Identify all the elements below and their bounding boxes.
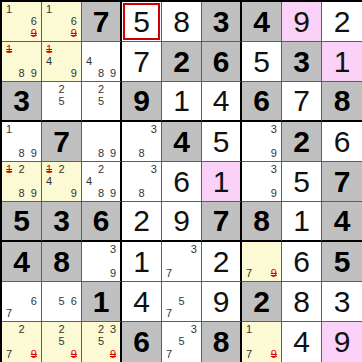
candidate-mark: 5 (55, 95, 67, 107)
pencil-marks: 39 (243, 163, 280, 200)
candidate-mark: 3 (148, 123, 160, 135)
cell-r8c5[interactable]: 57 (162, 282, 202, 322)
cell-r5c3[interactable]: 2489 (82, 162, 122, 202)
pencil-marks: 2359 (83, 323, 119, 361)
cell-r4c4[interactable]: 38 (122, 122, 162, 162)
candidate-mark: 8 (95, 148, 107, 160)
solved-digit: 9 (334, 327, 351, 357)
candidate-mark-eliminated: 1 (3, 163, 15, 175)
cell-r8c6[interactable]: 9 (202, 282, 242, 322)
candidate-mark-eliminated: 9 (107, 348, 119, 361)
candidate-mark: 4 (83, 55, 95, 67)
solved-digit: 7 (293, 86, 310, 116)
pencil-marks: 189 (3, 43, 40, 80)
pencil-marks: 56 (43, 283, 80, 320)
solved-digit: 3 (334, 287, 351, 317)
cell-r2c3[interactable]: 489 (82, 42, 122, 82)
candidate-mark: 8 (135, 188, 147, 200)
given-digit: 3 (53, 206, 70, 236)
candidate-mark: 2 (95, 163, 107, 175)
given-digit: 4 (334, 206, 351, 236)
cell-r9c6[interactable]: 8 (202, 322, 242, 362)
cell-r5c9[interactable]: 7 (322, 162, 362, 202)
candidate-mark: 2 (15, 163, 27, 175)
cell-r9c2[interactable]: 259 (42, 322, 82, 362)
cell-r8c3[interactable]: 1 (82, 282, 122, 322)
solved-digit: 6 (173, 167, 190, 197)
pencil-marks: 149 (43, 43, 80, 80)
solved-digit: 5 (213, 127, 230, 157)
candidate-mark: 1 (3, 3, 15, 15)
candidate-mark: 2 (55, 163, 67, 175)
cell-r9c3[interactable]: 2359 (82, 322, 122, 362)
cell-r5c5[interactable]: 6 (162, 162, 202, 202)
cell-r6c7[interactable]: 8 (242, 202, 282, 242)
cell-r7c3[interactable]: 39 (82, 242, 122, 282)
cell-r3c2[interactable]: 25 (42, 82, 82, 122)
cell-r1c6[interactable]: 3 (202, 2, 242, 42)
pencil-marks: 169 (43, 3, 80, 40)
cell-r7c8[interactable]: 6 (282, 242, 322, 282)
pencil-marks: 357 (163, 323, 200, 361)
cell-r4c9[interactable]: 6 (322, 122, 362, 162)
cell-r5c2[interactable]: 1249 (42, 162, 82, 202)
cell-r5c7[interactable]: 39 (242, 162, 282, 202)
cell-r9c4[interactable]: 6 (122, 322, 162, 362)
pencil-marks: 279 (3, 323, 40, 361)
cell-r8c7[interactable]: 2 (242, 282, 282, 322)
candidate-mark: 2 (15, 323, 27, 336)
candidate-mark: 4 (43, 175, 55, 187)
cell-r3c5[interactable]: 1 (162, 82, 202, 122)
cell-r1c4[interactable]: 5 (122, 2, 162, 42)
given-digit: 2 (293, 127, 310, 157)
pencil-marks: 57 (163, 283, 200, 320)
solved-digit: 1 (334, 47, 351, 77)
given-digit: 6 (93, 206, 110, 236)
cell-r7c6[interactable]: 2 (202, 242, 242, 282)
given-digit: 2 (253, 287, 270, 317)
cell-r1c7[interactable]: 4 (242, 2, 282, 42)
pencil-marks: 67 (3, 283, 40, 320)
candidate-mark: 9 (107, 268, 119, 280)
candidate-mark: 3 (107, 323, 119, 336)
pencil-marks: 37 (163, 243, 200, 280)
cell-r1c5[interactable]: 8 (162, 2, 202, 42)
cell-r8c8[interactable]: 8 (282, 282, 322, 322)
solved-digit: 4 (133, 287, 150, 317)
cell-r3c6[interactable]: 4 (202, 82, 242, 122)
pencil-marks: 38 (123, 123, 160, 160)
solved-digit: 5 (293, 167, 310, 197)
candidate-mark: 9 (268, 148, 280, 160)
cell-r6c9[interactable]: 4 (322, 202, 362, 242)
candidate-mark: 9 (107, 68, 119, 80)
solved-digit: 4 (213, 86, 230, 116)
candidate-mark: 5 (175, 295, 187, 307)
candidate-mark: 9 (28, 188, 40, 200)
pencil-marks: 1249 (43, 163, 80, 200)
candidate-mark: 3 (107, 243, 119, 255)
candidate-mark: 7 (3, 348, 15, 361)
pencil-marks: 179 (243, 323, 280, 361)
cell-r6c6[interactable]: 7 (202, 202, 242, 242)
solved-digit: 6 (334, 127, 351, 157)
given-digit: 9 (133, 86, 150, 116)
given-digit: 5 (13, 206, 30, 236)
given-digit: 3 (293, 47, 310, 77)
cell-r2c1[interactable]: 189 (2, 42, 42, 82)
cell-r7c4[interactable]: 1 (122, 242, 162, 282)
pencil-marks: 79 (243, 243, 280, 280)
cell-r2c7[interactable]: 5 (242, 42, 282, 82)
pencil-marks: 259 (43, 323, 80, 361)
cell-r4c8[interactable]: 2 (282, 122, 322, 162)
cell-r3c4[interactable]: 9 (122, 82, 162, 122)
cell-r9c1[interactable]: 279 (2, 322, 42, 362)
cell-r2c6[interactable]: 6 (202, 42, 242, 82)
candidate-mark: 8 (95, 68, 107, 80)
candidate-mark: 6 (68, 15, 80, 27)
cell-r5c6[interactable]: 1 (202, 162, 242, 202)
cell-r7c9[interactable]: 5 (322, 242, 362, 282)
sudoku-board: 1691697583492189149489726531325259146781… (0, 0, 362, 362)
candidate-mark-eliminated: 9 (28, 28, 40, 40)
given-digit: 7 (213, 206, 230, 236)
cell-r8c4[interactable]: 4 (122, 282, 162, 322)
candidate-mark: 7 (163, 308, 175, 320)
pencil-marks: 25 (43, 83, 80, 119)
solved-digit: 9 (293, 7, 310, 37)
candidate-mark-eliminated: 1 (43, 43, 55, 55)
given-digit: 7 (334, 167, 351, 197)
cell-r7c1[interactable]: 4 (2, 242, 42, 282)
cell-r4c1[interactable]: 189 (2, 122, 42, 162)
given-digit: 2 (173, 47, 190, 77)
cell-r6c2[interactable]: 3 (42, 202, 82, 242)
given-digit: 8 (53, 247, 70, 277)
cell-r5c8[interactable]: 5 (282, 162, 322, 202)
solved-digit: 1 (293, 206, 310, 236)
cell-r4c3[interactable]: 89 (82, 122, 122, 162)
pencil-marks: 25 (83, 83, 119, 119)
candidate-mark: 9 (28, 68, 40, 80)
solved-digit: 8 (173, 7, 190, 37)
candidate-mark: 5 (95, 95, 107, 107)
solved-digit: 2 (133, 206, 150, 236)
cell-r6c8[interactable]: 1 (282, 202, 322, 242)
cell-r9c9[interactable]: 9 (322, 322, 362, 362)
candidate-mark: 4 (83, 175, 95, 187)
given-digit: 1 (93, 287, 110, 317)
given-digit: 8 (213, 327, 230, 357)
candidate-mark: 6 (28, 15, 40, 27)
candidate-mark: 3 (268, 163, 280, 175)
given-digit: 6 (133, 327, 150, 357)
candidate-mark: 7 (243, 348, 255, 361)
solved-digit: 5 (253, 47, 270, 77)
candidate-mark: 3 (188, 323, 200, 336)
given-digit: 4 (13, 247, 30, 277)
solved-digit: 5 (133, 7, 150, 37)
cell-r5c1[interactable]: 1289 (2, 162, 42, 202)
solved-digit: 9 (173, 206, 190, 236)
cell-r3c8[interactable]: 7 (282, 82, 322, 122)
candidate-mark: 3 (148, 163, 160, 175)
cell-r1c1[interactable]: 169 (2, 2, 42, 42)
candidate-mark: 8 (15, 188, 27, 200)
cell-r1c9[interactable]: 2 (322, 2, 362, 42)
candidate-mark: 1 (3, 123, 15, 135)
solved-digit: 1 (133, 247, 150, 277)
cell-r3c3[interactable]: 25 (82, 82, 122, 122)
cell-r4c5[interactable]: 4 (162, 122, 202, 162)
cell-r8c1[interactable]: 67 (2, 282, 42, 322)
given-digit: 3 (13, 86, 30, 116)
candidate-mark-eliminated: 9 (28, 348, 40, 361)
cell-r3c1[interactable]: 3 (2, 82, 42, 122)
given-digit: 8 (253, 206, 270, 236)
cell-r7c5[interactable]: 37 (162, 242, 202, 282)
given-digit: 4 (253, 7, 270, 37)
solved-digit: 2 (213, 247, 230, 277)
candidate-mark: 2 (55, 323, 67, 336)
cell-r6c5[interactable]: 9 (162, 202, 202, 242)
given-digit: 6 (253, 86, 270, 116)
cell-r5c4[interactable]: 38 (122, 162, 162, 202)
cell-r4c7[interactable]: 39 (242, 122, 282, 162)
cell-r9c5[interactable]: 357 (162, 322, 202, 362)
candidate-mark: 7 (163, 268, 175, 280)
cell-r6c1[interactable]: 5 (2, 202, 42, 242)
candidate-mark: 6 (28, 295, 40, 307)
cell-r2c4[interactable]: 7 (122, 42, 162, 82)
candidate-mark-eliminated: 9 (268, 268, 280, 280)
candidate-mark: 2 (95, 83, 107, 95)
candidate-mark: 3 (268, 123, 280, 135)
candidate-mark-eliminated: 1 (3, 43, 15, 55)
pencil-marks: 2489 (83, 163, 119, 200)
candidate-mark: 5 (175, 336, 187, 349)
pencil-marks: 489 (83, 43, 119, 80)
pencil-marks: 39 (83, 243, 119, 280)
candidate-mark-eliminated: 9 (68, 28, 80, 40)
given-digit: 6 (213, 47, 230, 77)
candidate-mark: 7 (3, 308, 15, 320)
candidate-mark: 7 (163, 348, 175, 361)
solved-digit: 1 (173, 86, 190, 116)
cell-r2c9[interactable]: 1 (322, 42, 362, 82)
solved-digit: 6 (293, 247, 310, 277)
candidate-mark: 1 (43, 3, 55, 15)
cell-r1c8[interactable]: 9 (282, 2, 322, 42)
pencil-marks: 1289 (3, 163, 40, 200)
given-digit: 7 (93, 7, 110, 37)
pencil-marks: 39 (243, 123, 280, 160)
candidate-mark: 2 (95, 323, 107, 336)
pencil-marks: 89 (83, 123, 119, 160)
solved-digit: 8 (293, 287, 310, 317)
given-digit: 7 (53, 127, 70, 157)
cell-r3c9[interactable]: 8 (322, 82, 362, 122)
pencil-marks: 38 (123, 163, 160, 200)
candidate-mark: 5 (55, 295, 67, 307)
candidate-mark: 8 (15, 148, 27, 160)
given-digit: 3 (213, 7, 230, 37)
candidate-mark: 3 (188, 243, 200, 255)
candidate-mark: 9 (68, 188, 80, 200)
cell-r2c2[interactable]: 149 (42, 42, 82, 82)
cell-r8c2[interactable]: 56 (42, 282, 82, 322)
cell-r4c2[interactable]: 7 (42, 122, 82, 162)
candidate-mark: 8 (135, 148, 147, 160)
cell-r9c8[interactable]: 4 (282, 322, 322, 362)
candidate-mark: 9 (28, 148, 40, 160)
candidate-mark: 6 (68, 295, 80, 307)
candidate-mark: 7 (243, 268, 255, 280)
cell-r7c7[interactable]: 79 (242, 242, 282, 282)
candidate-mark-eliminated: 9 (268, 348, 280, 361)
cell-r7c2[interactable]: 8 (42, 242, 82, 282)
solved-digit: 1 (213, 167, 230, 197)
candidate-mark-eliminated: 9 (68, 348, 80, 361)
pencil-marks: 169 (3, 3, 40, 40)
candidate-mark: 8 (95, 188, 107, 200)
cell-r4c6[interactable]: 5 (202, 122, 242, 162)
candidate-mark: 1 (243, 323, 255, 336)
solved-digit: 2 (334, 7, 351, 37)
candidate-mark: 9 (107, 188, 119, 200)
cell-r6c3[interactable]: 6 (82, 202, 122, 242)
cell-r1c2[interactable]: 169 (42, 2, 82, 42)
candidate-mark: 4 (43, 55, 55, 67)
candidate-mark: 8 (15, 68, 27, 80)
candidate-mark-eliminated: 1 (43, 163, 55, 175)
cell-r2c5[interactable]: 2 (162, 42, 202, 82)
solved-digit: 9 (213, 287, 230, 317)
given-digit: 8 (334, 86, 351, 116)
candidate-mark: 9 (107, 148, 119, 160)
candidate-mark: 2 (55, 83, 67, 95)
solved-digit: 7 (133, 47, 150, 77)
solved-digit: 4 (293, 327, 310, 357)
candidate-mark: 5 (95, 336, 107, 349)
given-digit: 4 (173, 127, 190, 157)
candidate-mark: 9 (68, 68, 80, 80)
candidate-mark: 5 (55, 336, 67, 349)
cell-r8c9[interactable]: 3 (322, 282, 362, 322)
cell-r6c4[interactable]: 2 (122, 202, 162, 242)
given-digit: 5 (334, 247, 351, 277)
pencil-marks: 189 (3, 123, 40, 160)
cell-r2c8[interactable]: 3 (282, 42, 322, 82)
cell-r3c7[interactable]: 6 (242, 82, 282, 122)
candidate-mark: 9 (268, 188, 280, 200)
cell-r9c7[interactable]: 179 (242, 322, 282, 362)
cell-r1c3[interactable]: 7 (82, 2, 122, 42)
